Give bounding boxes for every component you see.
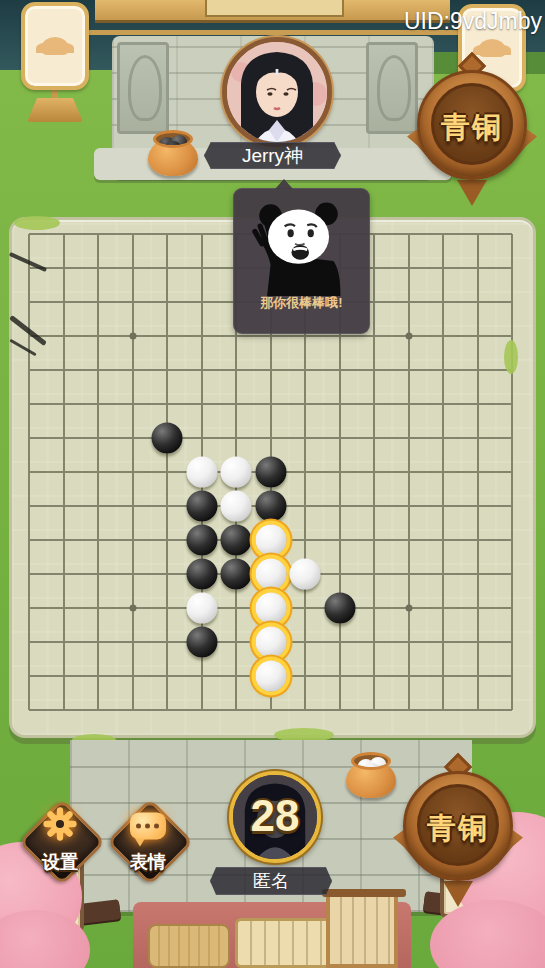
stone-black xyxy=(186,491,217,522)
stone-white xyxy=(255,661,286,692)
uid-label: UID:9vdJmby xyxy=(404,8,542,35)
player-rank-label: 青铜 xyxy=(391,809,525,849)
bowl-stones-black xyxy=(153,130,193,148)
settings-label: 设置 xyxy=(18,850,102,874)
panda-meme-sticker xyxy=(249,200,355,300)
roof-beam-center xyxy=(205,0,344,17)
stone-white xyxy=(255,525,286,556)
settings-button[interactable]: 设置 xyxy=(18,798,102,882)
opponent-name: Jerry神 xyxy=(242,143,303,169)
star-point xyxy=(405,333,412,340)
stone-white xyxy=(221,457,252,488)
star-point xyxy=(405,605,412,612)
star-point xyxy=(129,333,136,340)
stone-black xyxy=(255,457,286,488)
stone-white xyxy=(186,593,217,624)
opponent-rank-badge: 青铜 xyxy=(405,56,539,206)
stone-black xyxy=(221,525,252,556)
moss-decoration xyxy=(504,340,518,374)
emotes-button[interactable]: 表情 xyxy=(106,798,190,882)
stone-black xyxy=(255,491,286,522)
emotes-label: 表情 xyxy=(106,850,190,874)
stone-black xyxy=(221,559,252,590)
gear-icon xyxy=(42,806,78,846)
stone-white xyxy=(221,491,252,522)
badge-ribbon xyxy=(457,180,487,206)
opponent-name-plate: Jerry神 xyxy=(204,142,341,169)
player-timer-avatar: 28 xyxy=(229,771,321,863)
badge-ribbon xyxy=(443,881,473,907)
chat-message: 那你很棒棒哦! xyxy=(233,294,370,312)
stone-white xyxy=(255,593,286,624)
opponent-rank-label: 青铜 xyxy=(405,108,539,148)
stone-black xyxy=(152,423,183,454)
stone-white xyxy=(255,559,286,590)
timer-value: 28 xyxy=(233,791,317,841)
player-name: 匿名 xyxy=(253,869,289,893)
bowl-stones-white xyxy=(351,752,391,770)
lantern-base-left xyxy=(27,98,83,122)
stone-white xyxy=(290,559,321,590)
moss-decoration xyxy=(14,216,60,230)
lotus-icon xyxy=(479,39,505,57)
white-stone-bowl xyxy=(344,748,398,800)
chat-bubble: 那你很棒棒哦! xyxy=(233,188,370,334)
lantern-left xyxy=(21,2,89,90)
lotus-icon xyxy=(42,37,68,55)
stone-black xyxy=(186,559,217,590)
chat-bubble-icon xyxy=(130,813,166,840)
opponent-avatar xyxy=(222,37,332,147)
player-rank-badge: 青铜 xyxy=(391,757,525,907)
stone-black xyxy=(324,593,355,624)
chat-bubble-pointer xyxy=(275,179,293,189)
black-stone-bowl xyxy=(146,126,200,178)
stone-black xyxy=(186,627,217,658)
wooden-stand xyxy=(326,893,398,968)
stone-white xyxy=(186,457,217,488)
star-point xyxy=(129,605,136,612)
stone-white xyxy=(255,627,286,658)
game-screen: Jerry神 青铜 UID:9vdJmby xyxy=(0,0,545,968)
stone-black xyxy=(186,525,217,556)
bamboo-scroll xyxy=(148,924,230,968)
carved-pillar-left xyxy=(117,42,169,134)
player-name-plate: 匿名 xyxy=(210,867,332,895)
opponent-portrait xyxy=(227,42,327,142)
